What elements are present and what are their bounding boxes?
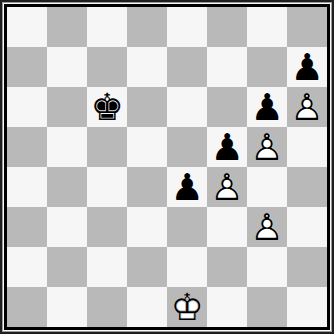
square-h4[interactable] <box>287 167 327 207</box>
white-pawn-outline-glyph: ♙ <box>287 88 327 127</box>
square-f2[interactable] <box>207 247 247 287</box>
square-b5[interactable] <box>47 127 87 167</box>
black-pawn-glyph: ♟ <box>247 88 287 127</box>
square-d5[interactable] <box>127 127 167 167</box>
white-pawn-outline-glyph: ♙ <box>247 208 287 247</box>
square-b2[interactable] <box>47 247 87 287</box>
square-c8[interactable] <box>87 7 127 47</box>
square-b3[interactable] <box>47 207 87 247</box>
square-f3[interactable] <box>207 207 247 247</box>
board-frame-outer: ♟♚♟♟♙♟♟♙♟♟♙♟♙♚♔ <box>0 0 334 334</box>
square-e4[interactable]: ♟ <box>167 167 207 207</box>
square-g5[interactable]: ♟♙ <box>247 127 287 167</box>
square-a4[interactable] <box>7 167 47 207</box>
square-h2[interactable] <box>287 247 327 287</box>
white-pawn-outline-glyph: ♙ <box>207 168 247 207</box>
square-c3[interactable] <box>87 207 127 247</box>
black-pawn-glyph: ♟ <box>287 48 327 87</box>
board-frame-mid: ♟♚♟♟♙♟♟♙♟♟♙♟♙♚♔ <box>2 2 332 332</box>
piece-white-pawn-g5[interactable]: ♟♙ <box>247 128 287 167</box>
square-h3[interactable] <box>287 207 327 247</box>
square-d4[interactable] <box>127 167 167 207</box>
square-c2[interactable] <box>87 247 127 287</box>
square-c4[interactable] <box>87 167 127 207</box>
square-e3[interactable] <box>167 207 207 247</box>
piece-black-pawn-f5[interactable]: ♟ <box>207 128 247 167</box>
square-c7[interactable] <box>87 47 127 87</box>
square-h1[interactable] <box>287 287 327 327</box>
square-c6[interactable]: ♚ <box>87 87 127 127</box>
square-e5[interactable] <box>167 127 207 167</box>
square-b6[interactable] <box>47 87 87 127</box>
square-b4[interactable] <box>47 167 87 207</box>
square-g6[interactable]: ♟ <box>247 87 287 127</box>
square-e2[interactable] <box>167 247 207 287</box>
piece-black-pawn-e4[interactable]: ♟ <box>167 168 207 207</box>
square-b8[interactable] <box>47 7 87 47</box>
square-a7[interactable] <box>7 47 47 87</box>
square-b7[interactable] <box>47 47 87 87</box>
chess-diagram: ♟♚♟♟♙♟♟♙♟♟♙♟♙♚♔ <box>0 0 334 334</box>
square-d6[interactable] <box>127 87 167 127</box>
black-pawn-glyph: ♟ <box>167 168 207 207</box>
square-h6[interactable]: ♟♙ <box>287 87 327 127</box>
square-f8[interactable] <box>207 7 247 47</box>
square-f7[interactable] <box>207 47 247 87</box>
square-f4[interactable]: ♟♙ <box>207 167 247 207</box>
board-frame-inner: ♟♚♟♟♙♟♟♙♟♟♙♟♙♚♔ <box>4 4 330 330</box>
square-g1[interactable] <box>247 287 287 327</box>
square-e7[interactable] <box>167 47 207 87</box>
piece-white-pawn-h6[interactable]: ♟♙ <box>287 88 327 127</box>
piece-black-king-c6[interactable]: ♚ <box>87 88 127 127</box>
black-king-glyph: ♚ <box>87 88 127 127</box>
square-d1[interactable] <box>127 287 167 327</box>
square-h7[interactable]: ♟ <box>287 47 327 87</box>
square-g3[interactable]: ♟♙ <box>247 207 287 247</box>
square-a2[interactable] <box>7 247 47 287</box>
square-e8[interactable] <box>167 7 207 47</box>
square-g4[interactable] <box>247 167 287 207</box>
square-c1[interactable] <box>87 287 127 327</box>
square-g7[interactable] <box>247 47 287 87</box>
square-f1[interactable] <box>207 287 247 327</box>
square-b1[interactable] <box>47 287 87 327</box>
piece-black-pawn-h7[interactable]: ♟ <box>287 48 327 87</box>
square-e1[interactable]: ♚♔ <box>167 287 207 327</box>
square-a1[interactable] <box>7 287 47 327</box>
square-a6[interactable] <box>7 87 47 127</box>
piece-white-pawn-g3[interactable]: ♟♙ <box>247 208 287 247</box>
black-pawn-glyph: ♟ <box>207 128 247 167</box>
square-e6[interactable] <box>167 87 207 127</box>
square-a8[interactable] <box>7 7 47 47</box>
square-d3[interactable] <box>127 207 167 247</box>
chess-board: ♟♚♟♟♙♟♟♙♟♟♙♟♙♚♔ <box>7 7 327 327</box>
white-pawn-outline-glyph: ♙ <box>247 128 287 167</box>
square-a3[interactable] <box>7 207 47 247</box>
square-h8[interactable] <box>287 7 327 47</box>
square-g2[interactable] <box>247 247 287 287</box>
square-h5[interactable] <box>287 127 327 167</box>
board-frame-gap: ♟♚♟♟♙♟♟♙♟♟♙♟♙♚♔ <box>3 3 331 331</box>
square-g8[interactable] <box>247 7 287 47</box>
piece-white-king-e1[interactable]: ♚♔ <box>167 288 207 327</box>
piece-black-pawn-g6[interactable]: ♟ <box>247 88 287 127</box>
square-a5[interactable] <box>7 127 47 167</box>
square-d8[interactable] <box>127 7 167 47</box>
square-f6[interactable] <box>207 87 247 127</box>
piece-white-pawn-f4[interactable]: ♟♙ <box>207 168 247 207</box>
square-c5[interactable] <box>87 127 127 167</box>
square-f5[interactable]: ♟ <box>207 127 247 167</box>
square-d7[interactable] <box>127 47 167 87</box>
square-d2[interactable] <box>127 247 167 287</box>
white-king-outline-glyph: ♔ <box>167 288 207 327</box>
